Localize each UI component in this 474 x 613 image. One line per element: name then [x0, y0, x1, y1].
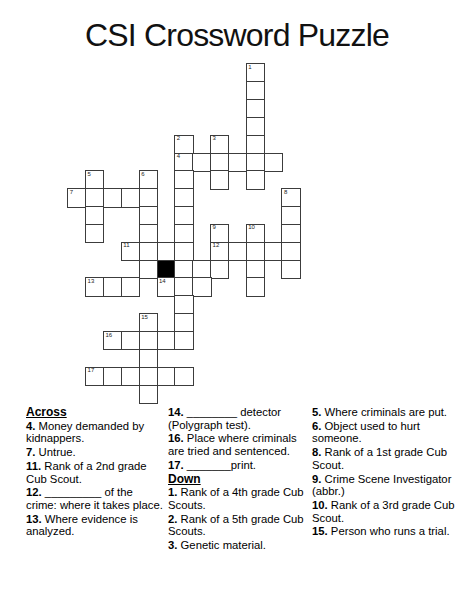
grid-cell[interactable] [139, 242, 158, 261]
grid-cell[interactable] [174, 206, 193, 225]
grid-cell[interactable] [174, 313, 193, 332]
cell-number: 13 [88, 278, 95, 285]
clue-number: 11. [26, 460, 41, 472]
clue-across-12: 12. _________ of the crime: where it tak… [26, 486, 163, 511]
grid-cell[interactable] [264, 242, 283, 261]
grid-cell[interactable] [139, 385, 158, 404]
clue-number: 5. [312, 406, 321, 418]
grid-cell[interactable] [264, 153, 283, 172]
grid-cell[interactable]: 6 [139, 170, 158, 189]
grid-cell[interactable] [85, 224, 104, 243]
grid-cell[interactable] [210, 170, 229, 189]
clue-number: 10. [312, 499, 328, 511]
clue-across-11: 11. Rank of a 2nd grade Cub Scout. [26, 460, 163, 485]
clue-across-4: 4. Money demanded by kidnappers. [26, 420, 163, 445]
clue-number: 4. [26, 420, 35, 432]
grid-cell[interactable] [121, 367, 140, 386]
crossword-grid: 1234567891011121314151617 [68, 64, 306, 406]
grid-cell[interactable] [121, 188, 140, 207]
grid-cell[interactable] [228, 153, 247, 172]
clue-number: 16. [168, 432, 184, 444]
cell-number: 17 [88, 367, 95, 374]
black-cell [157, 260, 176, 279]
grid-cell[interactable]: 13 [85, 277, 104, 296]
cell-number: 8 [284, 189, 287, 196]
cell-number: 11 [123, 242, 129, 249]
down-header: Down [168, 473, 305, 486]
grid-cell[interactable] [103, 188, 122, 207]
clue-down-6: 6. Object used to hurt someone. [312, 420, 455, 445]
clue-down-3: 3. Genetic material. [168, 539, 305, 552]
grid-cell[interactable] [192, 277, 211, 296]
grid-cell[interactable] [121, 277, 140, 296]
clue-number: 13. [26, 513, 42, 525]
grid-cell[interactable] [281, 242, 300, 261]
grid-cell[interactable]: 15 [139, 313, 158, 332]
grid-cell[interactable] [228, 242, 247, 261]
grid-cell[interactable] [85, 188, 104, 207]
grid-cell[interactable]: 3 [210, 135, 229, 154]
grid-cell[interactable] [139, 188, 158, 207]
grid-cell[interactable] [139, 206, 158, 225]
grid-cell[interactable] [85, 206, 104, 225]
grid-cell[interactable] [174, 367, 193, 386]
grid-cell[interactable] [246, 170, 265, 189]
clue-number: 14. [168, 406, 184, 418]
clue-across-17: 17. _______print. [168, 459, 305, 472]
grid-cell[interactable] [121, 331, 140, 350]
grid-cell[interactable]: 10 [246, 224, 265, 243]
grid-cell[interactable] [174, 331, 193, 350]
grid-cell[interactable] [246, 99, 265, 118]
clue-number: 3. [168, 539, 177, 551]
grid-cell[interactable] [139, 224, 158, 243]
clue-down-10: 10. Rank of a 3rd grade Cub Scout. [312, 499, 455, 524]
clue-number: 12. [26, 486, 42, 498]
grid-cell[interactable] [246, 117, 265, 136]
grid-cell[interactable] [246, 153, 265, 172]
grid-cell[interactable]: 12 [210, 242, 229, 261]
grid-cell[interactable] [139, 349, 158, 368]
clue-number: 15. [312, 525, 328, 537]
grid-cell[interactable] [103, 367, 122, 386]
clue-number: 9. [312, 473, 321, 485]
grid-cell[interactable]: 16 [103, 331, 122, 350]
clue-down-1: 1. Rank of a 4th grade Cub Scouts. [168, 486, 305, 511]
grid-cell[interactable] [174, 170, 193, 189]
grid-cell[interactable]: 2 [174, 135, 193, 154]
grid-cell[interactable]: 7 [67, 188, 86, 207]
across-header: Across [26, 406, 163, 419]
clue-number: 1. [168, 486, 177, 498]
cell-number: 14 [159, 278, 166, 285]
grid-cell[interactable] [246, 135, 265, 154]
cell-number: 4 [177, 153, 180, 160]
grid-cell[interactable]: 11 [121, 242, 140, 261]
clue-number: 2. [168, 513, 177, 525]
grid-cell[interactable] [157, 367, 176, 386]
grid-cell[interactable] [210, 260, 229, 279]
clue-across-14: 14. ________ detector (Polygraph test). [168, 406, 305, 431]
cell-number: 12 [213, 242, 220, 249]
cell-number: 7 [70, 189, 73, 196]
grid-cell[interactable]: 4 [174, 153, 193, 172]
cell-number: 10 [248, 224, 255, 231]
grid-cell[interactable] [192, 260, 211, 279]
cell-number: 15 [141, 314, 148, 321]
clue-down-15: 15. Person who runs a trial. [312, 525, 455, 538]
grid-cell[interactable] [174, 224, 193, 243]
grid-cell[interactable] [192, 153, 211, 172]
grid-cell[interactable]: 1 [246, 63, 265, 82]
grid-cell[interactable]: 8 [281, 188, 300, 207]
grid-cell[interactable] [157, 242, 176, 261]
grid-cell[interactable] [210, 153, 229, 172]
worksheet-page: CSI Crossword Puzzle 1234567891011121314… [0, 0, 474, 613]
clue-across-16: 16. Place where criminals are tried and … [168, 432, 305, 457]
grid-cell[interactable]: 14 [157, 277, 176, 296]
cell-number: 9 [213, 224, 216, 231]
grid-cell[interactable] [281, 260, 300, 279]
cell-number: 6 [141, 171, 144, 178]
grid-cell[interactable] [246, 81, 265, 100]
clue-down-8: 8. Rank of a 1st grade Cub Scout. [312, 446, 455, 471]
grid-cell[interactable]: 9 [210, 224, 229, 243]
cell-number: 1 [248, 64, 251, 71]
grid-cell[interactable]: 17 [85, 367, 104, 386]
clue-across-7: 7. Untrue. [26, 446, 163, 459]
clue-column-left: Across4. Money demanded by kidnappers.7.… [26, 406, 163, 539]
clue-column-right: 5. Where criminals are put.6. Object use… [312, 406, 455, 539]
clue-down-9: 9. Crime Scene Investigator (abbr.) [312, 473, 455, 498]
grid-cell[interactable] [174, 295, 193, 314]
clue-number: 8. [312, 446, 321, 458]
clue-number: 7. [26, 446, 35, 458]
clue-number: 6. [312, 420, 321, 432]
clue-across-13: 13. Where evidence is analyzed. [26, 513, 163, 538]
grid-cell[interactable] [246, 260, 265, 279]
clue-down-2: 2. Rank of a 5th grade Cub Scouts. [168, 513, 305, 538]
cell-number: 2 [177, 135, 180, 142]
grid-cell[interactable] [246, 242, 265, 261]
grid-cell[interactable] [174, 188, 193, 207]
grid-cell[interactable] [281, 206, 300, 225]
clue-number: 17. [168, 459, 184, 471]
grid-cell[interactable] [157, 331, 176, 350]
grid-cell[interactable] [139, 260, 158, 279]
grid-cell[interactable] [174, 277, 193, 296]
grid-cell[interactable] [174, 260, 193, 279]
grid-cell[interactable] [103, 277, 122, 296]
cell-number: 5 [88, 171, 91, 178]
clue-down-5: 5. Where criminals are put. [312, 406, 455, 419]
cell-number: 3 [213, 135, 216, 142]
clue-column-middle: 14. ________ detector (Polygraph test).1… [168, 406, 305, 553]
grid-cell[interactable] [281, 224, 300, 243]
cell-number: 16 [105, 332, 112, 339]
grid-cell[interactable] [174, 242, 193, 261]
grid-cell[interactable]: 5 [85, 170, 104, 189]
grid-cell[interactable] [139, 367, 158, 386]
page-title: CSI Crossword Puzzle [0, 17, 474, 53]
grid-cell[interactable] [246, 277, 265, 296]
grid-cell[interactable] [139, 331, 158, 350]
